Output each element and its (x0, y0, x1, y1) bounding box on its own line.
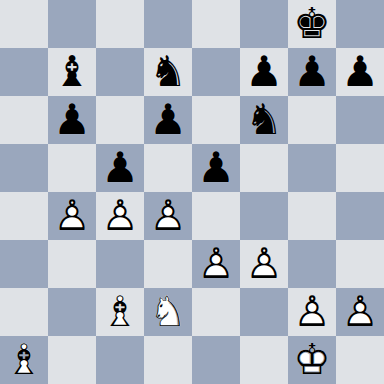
white-bishop-piece[interactable]: ♝♗ (96, 288, 144, 336)
white-pawn-piece[interactable]: ♟♙ (288, 288, 336, 336)
square-d8[interactable] (144, 0, 192, 48)
square-h6[interactable] (336, 96, 384, 144)
square-a5[interactable] (0, 144, 48, 192)
square-f6[interactable]: ♞ (240, 96, 288, 144)
piece-outline: ♙ (336, 288, 384, 336)
black-king-piece[interactable]: ♚ (288, 0, 336, 48)
square-g2[interactable]: ♟♙ (288, 288, 336, 336)
square-e2[interactable] (192, 288, 240, 336)
square-a6[interactable] (0, 96, 48, 144)
black-pawn-piece[interactable]: ♟ (96, 144, 144, 192)
square-f3[interactable]: ♟♙ (240, 240, 288, 288)
square-h1[interactable] (336, 336, 384, 384)
square-c6[interactable] (96, 96, 144, 144)
white-pawn-piece[interactable]: ♟♙ (240, 240, 288, 288)
white-king-piece[interactable]: ♚♔ (288, 336, 336, 384)
square-a8[interactable] (0, 0, 48, 48)
piece-outline: ♘ (144, 288, 192, 336)
piece-outline: ♔ (288, 336, 336, 384)
square-d4[interactable]: ♟♙ (144, 192, 192, 240)
square-h7[interactable]: ♟ (336, 48, 384, 96)
white-pawn-piece[interactable]: ♟♙ (144, 192, 192, 240)
square-c1[interactable] (96, 336, 144, 384)
square-g3[interactable] (288, 240, 336, 288)
square-e8[interactable] (192, 0, 240, 48)
square-f7[interactable]: ♟ (240, 48, 288, 96)
square-f5[interactable] (240, 144, 288, 192)
square-c7[interactable] (96, 48, 144, 96)
square-c5[interactable]: ♟ (96, 144, 144, 192)
square-d1[interactable] (144, 336, 192, 384)
square-a7[interactable] (0, 48, 48, 96)
square-f1[interactable] (240, 336, 288, 384)
square-f2[interactable] (240, 288, 288, 336)
square-c4[interactable]: ♟♙ (96, 192, 144, 240)
square-b7[interactable]: ♝ (48, 48, 96, 96)
square-c8[interactable] (96, 0, 144, 48)
black-pawn-piece[interactable]: ♟ (240, 48, 288, 96)
piece-outline: ♙ (144, 192, 192, 240)
black-pawn-piece[interactable]: ♟ (48, 96, 96, 144)
white-pawn-piece[interactable]: ♟♙ (336, 288, 384, 336)
piece-outline: ♙ (48, 192, 96, 240)
square-b5[interactable] (48, 144, 96, 192)
black-knight-piece[interactable]: ♞ (240, 96, 288, 144)
piece-outline: ♙ (288, 288, 336, 336)
piece-outline: ♗ (96, 288, 144, 336)
square-d5[interactable] (144, 144, 192, 192)
square-a2[interactable] (0, 288, 48, 336)
chess-board: ♚♝♞♟♟♟♟♟♞♟♟♟♙♟♙♟♙♟♙♟♙♝♗♞♘♟♙♟♙♝♗♚♔ (0, 0, 384, 384)
square-b1[interactable] (48, 336, 96, 384)
square-b2[interactable] (48, 288, 96, 336)
square-d7[interactable]: ♞ (144, 48, 192, 96)
square-g7[interactable]: ♟ (288, 48, 336, 96)
black-pawn-piece[interactable]: ♟ (336, 48, 384, 96)
square-g1[interactable]: ♚♔ (288, 336, 336, 384)
square-f8[interactable] (240, 0, 288, 48)
white-pawn-piece[interactable]: ♟♙ (192, 240, 240, 288)
square-e1[interactable] (192, 336, 240, 384)
black-bishop-piece[interactable]: ♝ (48, 48, 96, 96)
square-h2[interactable]: ♟♙ (336, 288, 384, 336)
square-e6[interactable] (192, 96, 240, 144)
square-b8[interactable] (48, 0, 96, 48)
square-e7[interactable] (192, 48, 240, 96)
square-e4[interactable] (192, 192, 240, 240)
square-c2[interactable]: ♝♗ (96, 288, 144, 336)
black-knight-piece[interactable]: ♞ (144, 48, 192, 96)
square-e3[interactable]: ♟♙ (192, 240, 240, 288)
square-h4[interactable] (336, 192, 384, 240)
square-c3[interactable] (96, 240, 144, 288)
piece-outline: ♗ (0, 336, 48, 384)
square-b4[interactable]: ♟♙ (48, 192, 96, 240)
square-e5[interactable]: ♟ (192, 144, 240, 192)
square-h5[interactable] (336, 144, 384, 192)
square-d2[interactable]: ♞♘ (144, 288, 192, 336)
square-g6[interactable] (288, 96, 336, 144)
square-h8[interactable] (336, 0, 384, 48)
square-d6[interactable]: ♟ (144, 96, 192, 144)
square-g8[interactable]: ♚ (288, 0, 336, 48)
white-knight-piece[interactable]: ♞♘ (144, 288, 192, 336)
black-pawn-piece[interactable]: ♟ (192, 144, 240, 192)
square-g4[interactable] (288, 192, 336, 240)
square-d3[interactable] (144, 240, 192, 288)
square-g5[interactable] (288, 144, 336, 192)
piece-outline: ♙ (240, 240, 288, 288)
piece-outline: ♙ (96, 192, 144, 240)
piece-outline: ♙ (192, 240, 240, 288)
square-f4[interactable] (240, 192, 288, 240)
square-a3[interactable] (0, 240, 48, 288)
white-bishop-piece[interactable]: ♝♗ (0, 336, 48, 384)
square-h3[interactable] (336, 240, 384, 288)
white-pawn-piece[interactable]: ♟♙ (96, 192, 144, 240)
square-b3[interactable] (48, 240, 96, 288)
square-a4[interactable] (0, 192, 48, 240)
square-a1[interactable]: ♝♗ (0, 336, 48, 384)
black-pawn-piece[interactable]: ♟ (288, 48, 336, 96)
white-pawn-piece[interactable]: ♟♙ (48, 192, 96, 240)
square-b6[interactable]: ♟ (48, 96, 96, 144)
black-pawn-piece[interactable]: ♟ (144, 96, 192, 144)
